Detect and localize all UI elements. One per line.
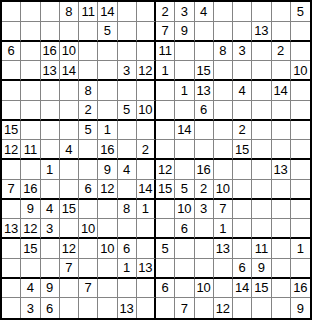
cell-r16c3: 6 — [41, 298, 60, 318]
cell-r6c13[interactable] — [233, 101, 252, 121]
cell-r4c6[interactable] — [98, 61, 117, 81]
cell-r6c8: 10 — [137, 101, 156, 121]
sudoku-board: 8111423455791361610118321314312115108113… — [0, 0, 312, 320]
cell-r5c1[interactable] — [2, 81, 21, 101]
cell-r14c8: 13 — [137, 259, 156, 279]
cell-r4c10[interactable] — [175, 61, 194, 81]
cell-r3c7[interactable] — [118, 42, 137, 62]
cell-r9c13[interactable] — [233, 160, 252, 180]
cell-r7c1: 15 — [2, 121, 21, 141]
cell-r5c9[interactable] — [156, 81, 175, 101]
cell-r14c10[interactable] — [175, 259, 194, 279]
cell-r13c8[interactable] — [137, 239, 156, 259]
cell-r10c4[interactable] — [60, 180, 79, 200]
cell-r1c3[interactable] — [41, 2, 60, 22]
cell-r14c9[interactable] — [156, 259, 175, 279]
cell-r2c1[interactable] — [2, 22, 21, 42]
cell-r6c3[interactable] — [41, 101, 60, 121]
cell-r10c8: 14 — [137, 180, 156, 200]
cell-r16c7: 13 — [118, 298, 137, 318]
cell-r14c5[interactable] — [79, 259, 98, 279]
cell-r12c2: 12 — [21, 219, 40, 239]
cell-r11c10: 10 — [175, 200, 194, 220]
cell-r12c5: 10 — [79, 219, 98, 239]
cell-r12c3: 3 — [41, 219, 60, 239]
cell-r1c2[interactable] — [21, 2, 40, 22]
cell-r2c2[interactable] — [21, 22, 40, 42]
cell-r7c14[interactable] — [252, 121, 271, 141]
cell-r7c12[interactable] — [214, 121, 233, 141]
cell-r6c15[interactable] — [272, 101, 291, 121]
cell-r9c4[interactable] — [60, 160, 79, 180]
cell-r11c9[interactable] — [156, 200, 175, 220]
cell-r7c5: 5 — [79, 121, 98, 141]
cell-r11c1[interactable] — [2, 200, 21, 220]
cell-r16c10: 7 — [175, 298, 194, 318]
cell-r10c13[interactable] — [233, 180, 252, 200]
cell-r1c5: 11 — [79, 2, 98, 22]
cell-r12c12: 1 — [214, 219, 233, 239]
cell-r2c16[interactable] — [291, 22, 310, 42]
cell-r15c6[interactable] — [98, 279, 117, 299]
cell-r4c4: 14 — [60, 61, 79, 81]
cell-r16c6[interactable] — [98, 298, 117, 318]
cell-r1c11: 4 — [195, 2, 214, 22]
cell-r3c15: 2 — [272, 42, 291, 62]
cell-r13c6: 10 — [98, 239, 117, 259]
cell-r3c2[interactable] — [21, 42, 40, 62]
cell-r10c1: 7 — [2, 180, 21, 200]
cell-r13c2: 15 — [21, 239, 40, 259]
cell-r15c9: 6 — [156, 279, 175, 299]
cell-r11c3: 4 — [41, 200, 60, 220]
cell-r8c15[interactable] — [272, 140, 291, 160]
cell-r8c14[interactable] — [252, 140, 271, 160]
cell-r12c9[interactable] — [156, 219, 175, 239]
cell-r10c16[interactable] — [291, 180, 310, 200]
cell-r16c14[interactable] — [252, 298, 271, 318]
cell-r11c5[interactable] — [79, 200, 98, 220]
cell-r6c9[interactable] — [156, 101, 175, 121]
cell-r3c8[interactable] — [137, 42, 156, 62]
cell-r8c12[interactable] — [214, 140, 233, 160]
cell-r6c11: 6 — [195, 101, 214, 121]
cell-r4c1[interactable] — [2, 61, 21, 81]
cell-r7c16[interactable] — [291, 121, 310, 141]
cell-r9c10[interactable] — [175, 160, 194, 180]
cell-r8c10[interactable] — [175, 140, 194, 160]
cell-r14c16[interactable] — [291, 259, 310, 279]
cell-r4c11: 15 — [195, 61, 214, 81]
cell-r6c1[interactable] — [2, 101, 21, 121]
cell-r11c16[interactable] — [291, 200, 310, 220]
cell-r15c10[interactable] — [175, 279, 194, 299]
cell-r6c2[interactable] — [21, 101, 40, 121]
cell-r3c14[interactable] — [252, 42, 271, 62]
cell-r2c8[interactable] — [137, 22, 156, 42]
cell-r16c12: 12 — [214, 298, 233, 318]
cell-r1c13[interactable] — [233, 2, 252, 22]
cell-r6c14[interactable] — [252, 101, 271, 121]
cell-r10c10: 5 — [175, 180, 194, 200]
cell-r2c12[interactable] — [214, 22, 233, 42]
cell-r7c9[interactable] — [156, 121, 175, 141]
cell-r9c6: 9 — [98, 160, 117, 180]
cell-r3c16[interactable] — [291, 42, 310, 62]
cell-r10c7[interactable] — [118, 180, 137, 200]
cell-r13c10[interactable] — [175, 239, 194, 259]
cell-r16c9[interactable] — [156, 298, 175, 318]
cell-r1c10: 3 — [175, 2, 194, 22]
cell-r11c14[interactable] — [252, 200, 271, 220]
cell-r14c12[interactable] — [214, 259, 233, 279]
cell-r11c12: 7 — [214, 200, 233, 220]
cell-r9c9: 12 — [156, 160, 175, 180]
cell-r16c16: 9 — [291, 298, 310, 318]
cell-r3c5[interactable] — [79, 42, 98, 62]
cell-r11c2: 9 — [21, 200, 40, 220]
cell-r1c15[interactable] — [272, 2, 291, 22]
cell-r13c9: 5 — [156, 239, 175, 259]
cell-r15c3: 9 — [41, 279, 60, 299]
cell-r13c14: 11 — [252, 239, 271, 259]
cell-r1c1[interactable] — [2, 2, 21, 22]
cell-r16c13[interactable] — [233, 298, 252, 318]
cell-r15c2: 4 — [21, 279, 40, 299]
cell-r7c10: 14 — [175, 121, 194, 141]
cell-r6c12[interactable] — [214, 101, 233, 121]
cell-r8c11[interactable] — [195, 140, 214, 160]
cell-r5c3[interactable] — [41, 81, 60, 101]
cell-r1c16: 5 — [291, 2, 310, 22]
cell-r15c13: 14 — [233, 279, 252, 299]
cell-r3c11[interactable] — [195, 42, 214, 62]
cell-r12c8[interactable] — [137, 219, 156, 239]
cell-r13c3[interactable] — [41, 239, 60, 259]
cell-r4c9: 1 — [156, 61, 175, 81]
cell-r12c16[interactable] — [291, 219, 310, 239]
cell-r11c15[interactable] — [272, 200, 291, 220]
cell-r11c13[interactable] — [233, 200, 252, 220]
cell-r9c8[interactable] — [137, 160, 156, 180]
cell-r13c13[interactable] — [233, 239, 252, 259]
cell-r13c15[interactable] — [272, 239, 291, 259]
cell-r15c14: 15 — [252, 279, 271, 299]
cell-r9c2[interactable] — [21, 160, 40, 180]
cell-r14c7: 1 — [118, 259, 137, 279]
cell-r1c9: 2 — [156, 2, 175, 22]
cell-r3c4: 10 — [60, 42, 79, 62]
cell-r1c8[interactable] — [137, 2, 156, 22]
cell-r13c12: 13 — [214, 239, 233, 259]
cell-r10c9: 15 — [156, 180, 175, 200]
cell-r1c4: 8 — [60, 2, 79, 22]
cell-r3c3: 16 — [41, 42, 60, 62]
cell-r12c4[interactable] — [60, 219, 79, 239]
cell-r2c14: 13 — [252, 22, 271, 42]
cell-r2c6: 5 — [98, 22, 117, 42]
cell-r13c11[interactable] — [195, 239, 214, 259]
cell-r8c8: 2 — [137, 140, 156, 160]
cell-r4c5[interactable] — [79, 61, 98, 81]
cell-r4c8: 12 — [137, 61, 156, 81]
cell-r9c15: 13 — [272, 160, 291, 180]
cell-r16c2: 3 — [21, 298, 40, 318]
cell-r2c15[interactable] — [272, 22, 291, 42]
cell-r10c14[interactable] — [252, 180, 271, 200]
cell-r3c12: 8 — [214, 42, 233, 62]
cell-r16c11[interactable] — [195, 298, 214, 318]
cell-r9c14[interactable] — [252, 160, 271, 180]
cell-r2c11[interactable] — [195, 22, 214, 42]
cell-r13c1[interactable] — [2, 239, 21, 259]
cell-r7c7[interactable] — [118, 121, 137, 141]
cell-r15c8[interactable] — [137, 279, 156, 299]
cell-r14c4: 7 — [60, 259, 79, 279]
cell-r7c2[interactable] — [21, 121, 40, 141]
cell-r5c6[interactable] — [98, 81, 117, 101]
cell-r15c16: 16 — [291, 279, 310, 299]
cell-r2c13[interactable] — [233, 22, 252, 42]
cell-r10c5: 6 — [79, 180, 98, 200]
cell-r2c5[interactable] — [79, 22, 98, 42]
cell-r9c1[interactable] — [2, 160, 21, 180]
cell-r8c4: 4 — [60, 140, 79, 160]
cell-r8c6: 16 — [98, 140, 117, 160]
cell-r9c12[interactable] — [214, 160, 233, 180]
cell-r16c1[interactable] — [2, 298, 21, 318]
cell-r14c13: 6 — [233, 259, 252, 279]
cell-r2c7[interactable] — [118, 22, 137, 42]
cell-r14c11[interactable] — [195, 259, 214, 279]
cell-r9c5[interactable] — [79, 160, 98, 180]
cell-r7c8[interactable] — [137, 121, 156, 141]
cell-r8c13: 15 — [233, 140, 252, 160]
cell-r6c10[interactable] — [175, 101, 194, 121]
cell-r8c1: 12 — [2, 140, 21, 160]
cell-r8c9[interactable] — [156, 140, 175, 160]
cell-r1c7[interactable] — [118, 2, 137, 22]
cell-r11c11: 3 — [195, 200, 214, 220]
cell-r10c15[interactable] — [272, 180, 291, 200]
cell-r1c6: 14 — [98, 2, 117, 22]
cell-r15c12[interactable] — [214, 279, 233, 299]
cell-r5c2[interactable] — [21, 81, 40, 101]
cell-r5c8[interactable] — [137, 81, 156, 101]
cell-r13c16: 1 — [291, 239, 310, 259]
cell-r2c9: 7 — [156, 22, 175, 42]
cell-r5c14[interactable] — [252, 81, 271, 101]
cell-r3c6[interactable] — [98, 42, 117, 62]
cell-r15c7[interactable] — [118, 279, 137, 299]
cell-r8c3[interactable] — [41, 140, 60, 160]
cell-r1c14[interactable] — [252, 2, 271, 22]
cell-r8c2: 11 — [21, 140, 40, 160]
cell-r3c9: 11 — [156, 42, 175, 62]
cell-r4c3: 13 — [41, 61, 60, 81]
cell-r4c14[interactable] — [252, 61, 271, 81]
cell-r15c15[interactable] — [272, 279, 291, 299]
cell-r15c1[interactable] — [2, 279, 21, 299]
cell-r4c2[interactable] — [21, 61, 40, 81]
cell-r7c6: 1 — [98, 121, 117, 141]
cell-r8c7[interactable] — [118, 140, 137, 160]
cell-r16c8[interactable] — [137, 298, 156, 318]
cell-r7c11[interactable] — [195, 121, 214, 141]
cell-r13c4: 12 — [60, 239, 79, 259]
cell-r4c7: 3 — [118, 61, 137, 81]
cell-r2c3[interactable] — [41, 22, 60, 42]
cell-r5c12[interactable] — [214, 81, 233, 101]
cell-r12c13[interactable] — [233, 219, 252, 239]
cell-r9c3: 1 — [41, 160, 60, 180]
cell-r14c1[interactable] — [2, 259, 21, 279]
cell-r6c16[interactable] — [291, 101, 310, 121]
cell-r15c4[interactable] — [60, 279, 79, 299]
cell-r6c5: 2 — [79, 101, 98, 121]
cell-r12c10: 6 — [175, 219, 194, 239]
cell-r5c11: 13 — [195, 81, 214, 101]
cell-r4c16: 10 — [291, 61, 310, 81]
cell-r4c12[interactable] — [214, 61, 233, 81]
cell-r6c6[interactable] — [98, 101, 117, 121]
cell-r14c15[interactable] — [272, 259, 291, 279]
cell-r5c16[interactable] — [291, 81, 310, 101]
cell-r6c4[interactable] — [60, 101, 79, 121]
cell-r7c15[interactable] — [272, 121, 291, 141]
cell-r7c3[interactable] — [41, 121, 60, 141]
cell-r9c7: 4 — [118, 160, 137, 180]
cell-r13c5[interactable] — [79, 239, 98, 259]
cell-r2c4[interactable] — [60, 22, 79, 42]
cell-r5c7[interactable] — [118, 81, 137, 101]
cell-r8c16[interactable] — [291, 140, 310, 160]
cell-r5c5: 8 — [79, 81, 98, 101]
cell-r16c4[interactable] — [60, 298, 79, 318]
cell-r14c2[interactable] — [21, 259, 40, 279]
cell-r9c11: 16 — [195, 160, 214, 180]
cell-r10c11: 2 — [195, 180, 214, 200]
cell-r5c4[interactable] — [60, 81, 79, 101]
cell-r5c10: 1 — [175, 81, 194, 101]
cell-r3c13: 3 — [233, 42, 252, 62]
cell-r9c16[interactable] — [291, 160, 310, 180]
cell-r12c15[interactable] — [272, 219, 291, 239]
cell-r10c6: 12 — [98, 180, 117, 200]
cell-r4c13[interactable] — [233, 61, 252, 81]
cell-r5c15: 14 — [272, 81, 291, 101]
cell-r5c13: 4 — [233, 81, 252, 101]
cell-r10c2: 16 — [21, 180, 40, 200]
cell-r14c3[interactable] — [41, 259, 60, 279]
cell-r10c3[interactable] — [41, 180, 60, 200]
cell-r15c11: 10 — [195, 279, 214, 299]
cell-r3c10[interactable] — [175, 42, 194, 62]
cell-r12c11[interactable] — [195, 219, 214, 239]
cell-r16c5[interactable] — [79, 298, 98, 318]
cell-r12c7[interactable] — [118, 219, 137, 239]
cell-r8c5[interactable] — [79, 140, 98, 160]
cell-r12c1: 13 — [2, 219, 21, 239]
cell-r1c12[interactable] — [214, 2, 233, 22]
cell-r7c13: 2 — [233, 121, 252, 141]
cell-r11c7: 8 — [118, 200, 137, 220]
cell-r14c6[interactable] — [98, 259, 117, 279]
cell-r12c14[interactable] — [252, 219, 271, 239]
cell-r2c10: 9 — [175, 22, 194, 42]
cell-r7c4[interactable] — [60, 121, 79, 141]
cell-r10c12: 10 — [214, 180, 233, 200]
cell-r16c15[interactable] — [272, 298, 291, 318]
cell-r15c5: 7 — [79, 279, 98, 299]
cell-r11c4: 15 — [60, 200, 79, 220]
cell-r11c6[interactable] — [98, 200, 117, 220]
cell-r11c8: 1 — [137, 200, 156, 220]
cell-r3c1: 6 — [2, 42, 21, 62]
cell-r13c7: 6 — [118, 239, 137, 259]
cell-r4c15[interactable] — [272, 61, 291, 81]
cell-r6c7: 5 — [118, 101, 137, 121]
cell-r12c6[interactable] — [98, 219, 117, 239]
cell-r14c14: 9 — [252, 259, 271, 279]
